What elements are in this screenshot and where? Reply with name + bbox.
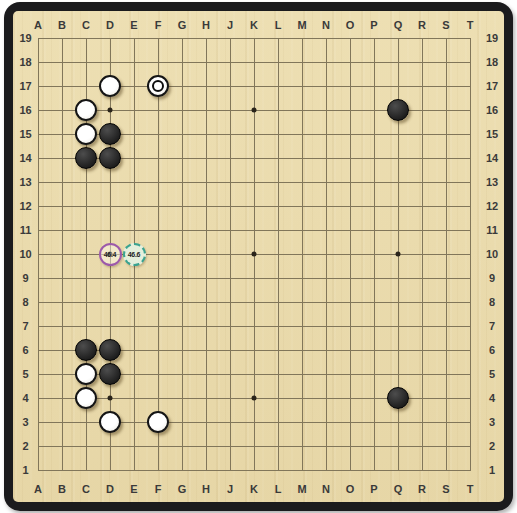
row-label-right-5: 5	[481, 362, 503, 386]
row-label-right-14: 14	[481, 146, 503, 170]
row-label-right-15: 15	[481, 122, 503, 146]
move-suggestion-d10[interactable]: 46.4	[99, 243, 122, 266]
black-stone-q4	[387, 387, 409, 409]
row-label-right-11: 11	[481, 218, 503, 242]
white-stone-f17	[147, 75, 169, 97]
row-label-right-13: 13	[481, 170, 503, 194]
board-frame: ABCDEFGHJKLMNOPQRST ABCDEFGHJKLMNOPQRST …	[4, 2, 513, 511]
white-stone-c15	[75, 123, 97, 145]
row-label-right-7: 7	[481, 314, 503, 338]
black-stone-d15	[99, 123, 121, 145]
move-suggestion-e10[interactable]: 46.6	[123, 243, 146, 266]
white-stone-c16	[75, 99, 97, 121]
row-label-right-8: 8	[481, 290, 503, 314]
row-label-right-3: 3	[481, 410, 503, 434]
row-label-right-4: 4	[481, 386, 503, 410]
row-label-right-1: 1	[481, 458, 503, 482]
black-stone-c6	[75, 339, 97, 361]
black-stone-q16	[387, 99, 409, 121]
black-stone-d14	[99, 147, 121, 169]
suggestion-value: 46.4	[104, 251, 116, 258]
row-label-right-17: 17	[481, 74, 503, 98]
suggestion-value: 46.6	[128, 251, 140, 258]
white-stone-d3	[99, 411, 121, 433]
row-label-right-2: 2	[481, 434, 503, 458]
black-stone-d6	[99, 339, 121, 361]
last-move-circle-icon	[152, 80, 164, 92]
goban[interactable]: ABCDEFGHJKLMNOPQRST ABCDEFGHJKLMNOPQRST …	[13, 11, 504, 502]
white-stone-c5	[75, 363, 97, 385]
row-label-right-9: 9	[481, 266, 503, 290]
row-label-right-12: 12	[481, 194, 503, 218]
white-stone-d17	[99, 75, 121, 97]
stones-layer: 46.446.6	[26, 26, 482, 482]
black-stone-d5	[99, 363, 121, 385]
row-label-right-19: 19	[481, 26, 503, 50]
coords-right: 19181716151413121110987654321	[481, 26, 503, 482]
row-label-right-16: 16	[481, 98, 503, 122]
row-label-right-10: 10	[481, 242, 503, 266]
row-label-right-18: 18	[481, 50, 503, 74]
white-stone-c4	[75, 387, 97, 409]
white-stone-f3	[147, 411, 169, 433]
row-label-right-6: 6	[481, 338, 503, 362]
black-stone-c14	[75, 147, 97, 169]
